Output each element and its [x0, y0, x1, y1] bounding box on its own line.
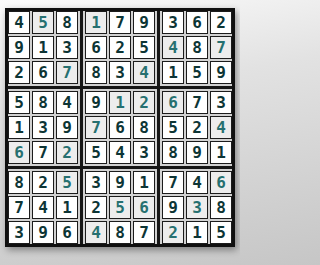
cell-r4c5[interactable]: 1 [109, 91, 131, 114]
cell-r5c4[interactable]: 7 [85, 116, 107, 139]
cell-r9c9[interactable]: 5 [210, 221, 232, 244]
cell-r1c6[interactable]: 9 [133, 11, 155, 34]
cell-r4c9[interactable]: 3 [210, 91, 232, 114]
cell-r3c6[interactable]: 4 [133, 61, 155, 84]
cell-r3c2[interactable]: 6 [32, 61, 54, 84]
cell-r6c6[interactable]: 3 [133, 141, 155, 164]
cell-r2c9[interactable]: 7 [210, 36, 232, 59]
cell-r6c4[interactable]: 5 [85, 141, 107, 164]
box-separator-horizontal-2 [8, 166, 232, 169]
cell-r8c5[interactable]: 5 [109, 196, 131, 219]
cell-r2c3[interactable]: 3 [56, 36, 78, 59]
cell-r1c3[interactable]: 8 [56, 11, 78, 34]
cell-r1c8[interactable]: 6 [186, 11, 208, 34]
cell-r8c3[interactable]: 1 [56, 196, 78, 219]
cell-r8c6[interactable]: 6 [133, 196, 155, 219]
cell-r8c1[interactable]: 7 [8, 196, 30, 219]
cell-r3c8[interactable]: 5 [186, 61, 208, 84]
cell-r4c4[interactable]: 9 [85, 91, 107, 114]
cell-r6c5[interactable]: 4 [109, 141, 131, 164]
cell-r5c2[interactable]: 3 [32, 116, 54, 139]
cell-r8c4[interactable]: 2 [85, 196, 107, 219]
cell-r8c2[interactable]: 4 [32, 196, 54, 219]
cell-r1c9[interactable]: 2 [210, 11, 232, 34]
cell-r7c9[interactable]: 6 [210, 171, 232, 194]
cell-r5c1[interactable]: 1 [8, 116, 30, 139]
sudoku-board: 4581793629136254872678341595849126731397… [5, 8, 235, 247]
cell-r7c4[interactable]: 3 [85, 171, 107, 194]
cell-r6c7[interactable]: 8 [162, 141, 184, 164]
cell-r9c7[interactable]: 2 [162, 221, 184, 244]
cell-r3c7[interactable]: 1 [162, 61, 184, 84]
cell-r9c2[interactable]: 9 [32, 221, 54, 244]
cell-r9c5[interactable]: 8 [109, 221, 131, 244]
cell-r4c2[interactable]: 8 [32, 91, 54, 114]
cell-r4c7[interactable]: 6 [162, 91, 184, 114]
cell-r3c3[interactable]: 7 [56, 61, 78, 84]
cell-r6c3[interactable]: 2 [56, 141, 78, 164]
cell-r5c6[interactable]: 8 [133, 116, 155, 139]
cell-r3c5[interactable]: 3 [109, 61, 131, 84]
cell-r6c1[interactable]: 6 [8, 141, 30, 164]
cell-r4c3[interactable]: 4 [56, 91, 78, 114]
cell-r2c2[interactable]: 1 [32, 36, 54, 59]
cell-r6c2[interactable]: 7 [32, 141, 54, 164]
cell-r5c8[interactable]: 2 [186, 116, 208, 139]
cell-r7c5[interactable]: 9 [109, 171, 131, 194]
cell-r7c2[interactable]: 2 [32, 171, 54, 194]
cell-r1c1[interactable]: 4 [8, 11, 30, 34]
cell-r8c7[interactable]: 9 [162, 196, 184, 219]
cell-r3c9[interactable]: 9 [210, 61, 232, 84]
cell-r7c7[interactable]: 7 [162, 171, 184, 194]
cell-r6c9[interactable]: 1 [210, 141, 232, 164]
cell-r4c1[interactable]: 5 [8, 91, 30, 114]
cell-r8c8[interactable]: 3 [186, 196, 208, 219]
cell-r9c3[interactable]: 6 [56, 221, 78, 244]
cell-r5c9[interactable]: 4 [210, 116, 232, 139]
cell-r1c2[interactable]: 5 [32, 11, 54, 34]
cell-r2c6[interactable]: 5 [133, 36, 155, 59]
cell-r9c1[interactable]: 3 [8, 221, 30, 244]
cell-r7c1[interactable]: 8 [8, 171, 30, 194]
cell-r1c4[interactable]: 1 [85, 11, 107, 34]
cell-r6c8[interactable]: 9 [186, 141, 208, 164]
box-separator-vertical-2 [157, 11, 160, 244]
cell-r9c4[interactable]: 4 [85, 221, 107, 244]
cell-r4c6[interactable]: 2 [133, 91, 155, 114]
cell-r9c8[interactable]: 1 [186, 221, 208, 244]
cell-r8c9[interactable]: 8 [210, 196, 232, 219]
cell-r2c1[interactable]: 9 [8, 36, 30, 59]
cell-r2c7[interactable]: 4 [162, 36, 184, 59]
box-separator-vertical-1 [80, 11, 83, 244]
cell-r2c4[interactable]: 6 [85, 36, 107, 59]
cell-r9c6[interactable]: 7 [133, 221, 155, 244]
cell-r7c6[interactable]: 1 [133, 171, 155, 194]
cell-r2c8[interactable]: 8 [186, 36, 208, 59]
cell-r3c4[interactable]: 8 [85, 61, 107, 84]
cell-r7c8[interactable]: 4 [186, 171, 208, 194]
cell-r5c5[interactable]: 6 [109, 116, 131, 139]
cell-r5c7[interactable]: 5 [162, 116, 184, 139]
cell-r5c3[interactable]: 9 [56, 116, 78, 139]
cell-r3c1[interactable]: 2 [8, 61, 30, 84]
cell-r1c5[interactable]: 7 [109, 11, 131, 34]
cell-r7c3[interactable]: 5 [56, 171, 78, 194]
cell-r4c8[interactable]: 7 [186, 91, 208, 114]
cell-r1c7[interactable]: 3 [162, 11, 184, 34]
cell-r2c5[interactable]: 2 [109, 36, 131, 59]
box-separator-horizontal-1 [8, 86, 232, 89]
